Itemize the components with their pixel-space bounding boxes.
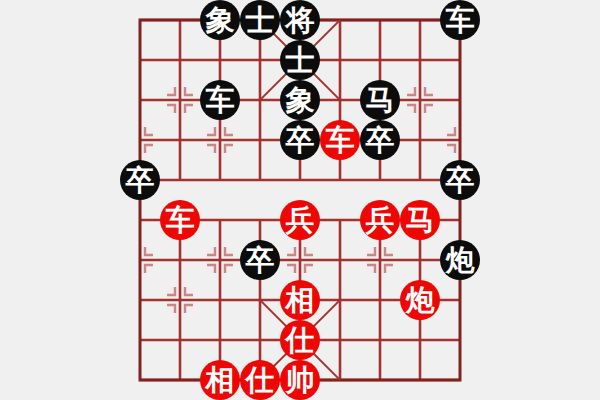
piece-black-horse[interactable]: 马	[360, 80, 400, 120]
piece-black-advisor[interactable]: 士	[280, 40, 320, 80]
piece-black-soldier[interactable]: 卒	[360, 120, 400, 160]
piece-red-horse[interactable]: 马	[400, 200, 440, 240]
piece-grid[interactable]: 象士将车士车象马卒车卒卒卒车兵兵马卒炮相炮仕相仕帅	[120, 0, 480, 400]
piece-black-elephant[interactable]: 象	[280, 80, 320, 120]
piece-red-chariot[interactable]: 车	[320, 120, 360, 160]
piece-black-elephant[interactable]: 象	[200, 0, 240, 40]
piece-red-general[interactable]: 帅	[280, 360, 320, 400]
piece-black-advisor[interactable]: 士	[240, 0, 280, 40]
piece-black-cannon[interactable]: 炮	[440, 240, 480, 280]
piece-red-elephant[interactable]: 相	[200, 360, 240, 400]
piece-black-soldier[interactable]: 卒	[240, 240, 280, 280]
xiangqi-board[interactable]: 象士将车士车象马卒车卒卒卒车兵兵马卒炮相炮仕相仕帅	[0, 0, 600, 400]
piece-black-chariot[interactable]: 车	[440, 0, 480, 40]
piece-red-cannon[interactable]: 炮	[400, 280, 440, 320]
piece-red-advisor[interactable]: 仕	[280, 320, 320, 360]
piece-red-elephant[interactable]: 相	[280, 280, 320, 320]
piece-black-soldier[interactable]: 卒	[440, 160, 480, 200]
piece-red-soldier[interactable]: 兵	[360, 200, 400, 240]
piece-black-chariot[interactable]: 车	[200, 80, 240, 120]
piece-red-advisor[interactable]: 仕	[240, 360, 280, 400]
piece-black-soldier[interactable]: 卒	[120, 160, 160, 200]
piece-black-general[interactable]: 将	[280, 0, 320, 40]
piece-red-chariot[interactable]: 车	[160, 200, 200, 240]
piece-black-soldier[interactable]: 卒	[280, 120, 320, 160]
piece-red-soldier[interactable]: 兵	[280, 200, 320, 240]
